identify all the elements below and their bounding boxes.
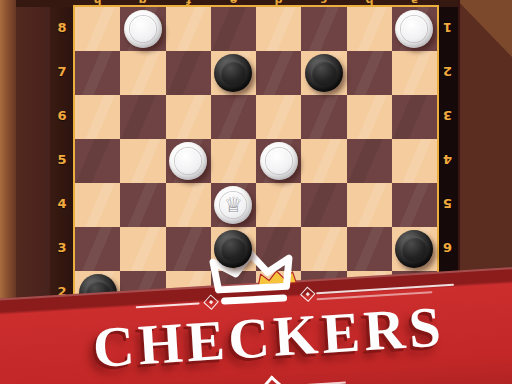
rank-label-1: 1 [437,20,458,35]
square-b5[interactable] [120,139,165,183]
square-b4[interactable] [120,183,165,227]
rank-label-7: 7 [50,64,74,79]
square-a6[interactable] [75,95,120,139]
rank-label-3: 3 [50,240,74,255]
square-c6[interactable] [166,95,211,139]
square-h7[interactable] [392,51,437,95]
square-b7[interactable] [120,51,165,95]
square-b3[interactable] [120,227,165,271]
square-g4[interactable] [347,183,392,227]
square-a4[interactable] [75,183,120,227]
rank-label-4: 4 [437,152,458,167]
rank-label-8: 8 [50,20,74,35]
square-c4[interactable] [166,183,211,227]
square-f3[interactable] [301,227,346,271]
diamond-icon-right [300,286,316,302]
square-g8[interactable] [347,7,392,51]
king-crown-glyph: ♕ [214,186,252,224]
rank-label-6: 6 [50,108,74,123]
square-e7[interactable] [256,51,301,95]
square-d5[interactable] [211,139,256,183]
square-a7[interactable] [75,51,120,95]
square-d8[interactable] [211,7,256,51]
square-g7[interactable] [347,51,392,95]
square-f8[interactable] [301,7,346,51]
square-a8[interactable] [75,7,120,51]
square-g3[interactable] [347,227,392,271]
square-a5[interactable] [75,139,120,183]
square-h6[interactable] [392,95,437,139]
square-h5[interactable] [392,139,437,183]
square-f5[interactable] [301,139,346,183]
piece-black-man[interactable] [305,54,343,92]
rank-label-5: 5 [437,196,458,211]
square-g6[interactable] [347,95,392,139]
square-c3[interactable] [166,227,211,271]
rank-label-4: 4 [50,196,74,211]
square-h4[interactable] [392,183,437,227]
piece-white-man[interactable] [260,142,298,180]
rank-label-6: 6 [437,240,458,255]
square-b6[interactable] [120,95,165,139]
square-c7[interactable] [166,51,211,95]
square-c8[interactable] [166,7,211,51]
piece-white-man[interactable] [169,142,207,180]
square-f6[interactable] [301,95,346,139]
square-e4[interactable] [256,183,301,227]
banner-line-left [136,302,200,308]
rank-label-3: 3 [437,108,458,123]
square-g5[interactable] [347,139,392,183]
square-e6[interactable] [256,95,301,139]
rank-label-5: 5 [50,152,74,167]
square-e8[interactable] [256,7,301,51]
chevron-ornament-icon [260,376,284,384]
rank-label-2: 2 [437,64,458,79]
game-scene: 87654321 12345678 hgfedcba CHECKERS ♕ [0,0,512,384]
piece-white-king[interactable]: ♕ [214,186,252,224]
square-d6[interactable] [211,95,256,139]
square-a3[interactable] [75,227,120,271]
square-f4[interactable] [301,183,346,227]
banner-line-right-1 [316,284,454,294]
wood-table-highlight [457,0,512,57]
piece-white-man[interactable] [124,10,162,48]
